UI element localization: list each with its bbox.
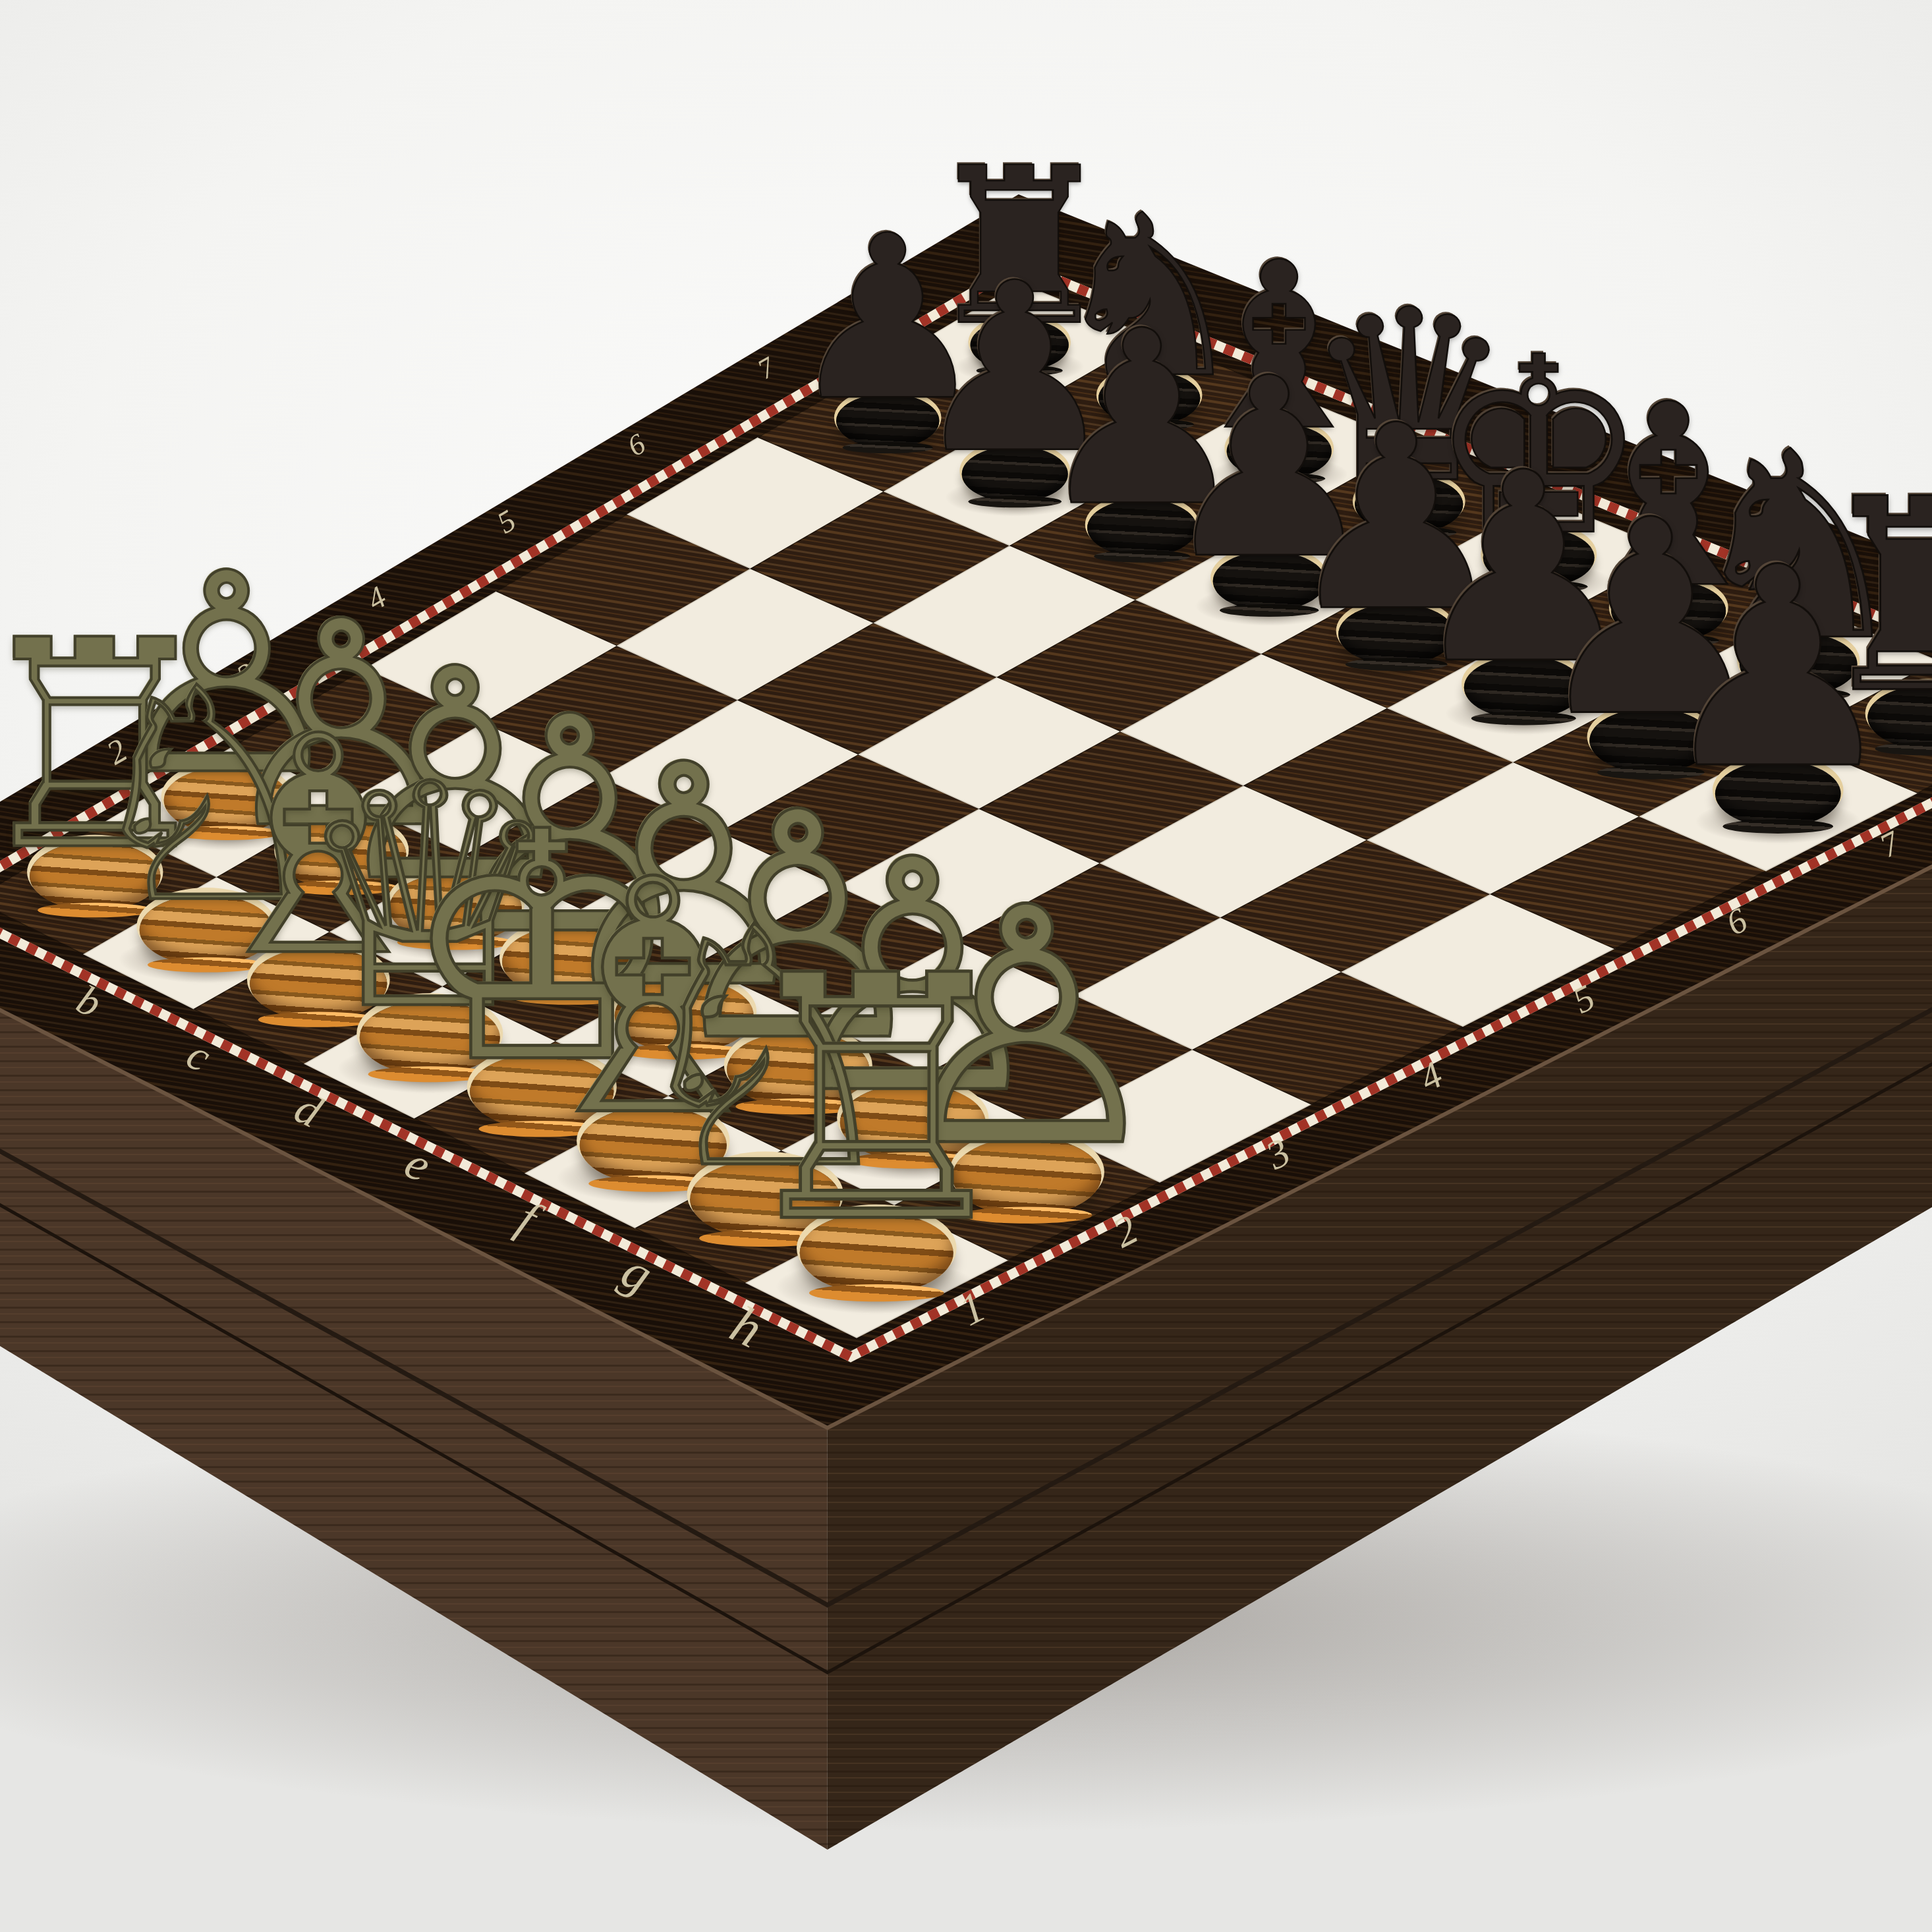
piece-zombie-rook-h1[interactable]: ♖ [725, 963, 1027, 1293]
piece-figure: ♟ [1655, 556, 1902, 827]
human-pawn-glyph: ♟ [1655, 556, 1902, 782]
zombie-rook-glyph: ♖ [725, 963, 1027, 1239]
piece-figure: ♖ [725, 963, 1027, 1293]
piece-human-pawn-h7[interactable]: ♟ [1655, 556, 1902, 827]
chess-set-photo-scene: abcdefgh1234567812345678 ♜ ♞ ♝ ♛ [0, 0, 1932, 1932]
